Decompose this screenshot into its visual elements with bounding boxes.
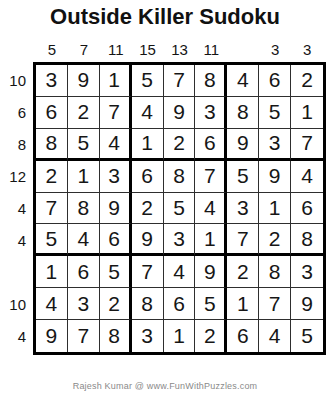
left-clue-row-4: 12 bbox=[3, 161, 33, 193]
sudoku-cell-r2c5: 9 bbox=[164, 97, 196, 129]
sudoku-cell-r8c6: 5 bbox=[195, 288, 227, 320]
left-clue-row-8: 10 bbox=[3, 288, 33, 320]
top-clue-col-3: 11 bbox=[100, 41, 132, 62]
sudoku-cell-r9c5: 1 bbox=[164, 320, 196, 352]
sudoku-cell-r5c3: 9 bbox=[100, 193, 132, 225]
sudoku-cell-r6c6: 1 bbox=[195, 224, 227, 256]
sudoku-cell-r6c1: 5 bbox=[36, 224, 68, 256]
sudoku-cell-r2c6: 3 bbox=[195, 97, 227, 129]
sudoku-cell-r3c6: 6 bbox=[195, 129, 227, 161]
sudoku-cell-r8c8: 7 bbox=[259, 288, 291, 320]
sudoku-cell-r7c5: 4 bbox=[164, 256, 196, 288]
sudoku-cell-r4c9: 4 bbox=[291, 161, 323, 193]
sudoku-cell-r9c1: 9 bbox=[36, 320, 68, 352]
attribution: Rajesh Kumar @ www.FunWithPuzzles.com bbox=[0, 381, 330, 391]
sudoku-cell-r7c9: 3 bbox=[291, 256, 323, 288]
puzzle-title: Outside Killer Sudoku bbox=[0, 4, 330, 30]
sudoku-cell-r6c3: 6 bbox=[100, 224, 132, 256]
sudoku-cell-r1c5: 7 bbox=[164, 65, 196, 97]
sudoku-cell-r4c3: 3 bbox=[100, 161, 132, 193]
sudoku-cell-r2c4: 4 bbox=[132, 97, 164, 129]
sudoku-cell-r6c4: 9 bbox=[132, 224, 164, 256]
sudoku-cell-r3c9: 7 bbox=[291, 129, 323, 161]
sudoku-cell-r2c8: 5 bbox=[259, 97, 291, 129]
sudoku-cell-r5c8: 1 bbox=[259, 193, 291, 225]
sudoku-cell-r8c2: 3 bbox=[68, 288, 100, 320]
left-clue-row-9: 4 bbox=[3, 320, 33, 352]
sudoku-cell-r7c3: 5 bbox=[100, 256, 132, 288]
sudoku-cell-r6c2: 4 bbox=[68, 224, 100, 256]
sudoku-cell-r3c5: 2 bbox=[164, 129, 196, 161]
sudoku-cell-r1c2: 9 bbox=[68, 65, 100, 97]
sudoku-cell-r5c5: 5 bbox=[164, 193, 196, 225]
top-clue-col-2: 7 bbox=[68, 41, 100, 62]
left-clue-row-2: 6 bbox=[3, 97, 33, 129]
sudoku-cell-r2c9: 1 bbox=[291, 97, 323, 129]
left-clue-row-1: 10 bbox=[3, 65, 33, 97]
sudoku-cell-r9c2: 7 bbox=[68, 320, 100, 352]
sudoku-cell-r2c7: 8 bbox=[227, 97, 259, 129]
puzzle-layout: 571115131133 10681244104 391578462627493… bbox=[3, 34, 330, 355]
sudoku-cell-r8c1: 4 bbox=[36, 288, 68, 320]
sudoku-cell-r5c9: 6 bbox=[291, 193, 323, 225]
sudoku-cell-r8c5: 6 bbox=[164, 288, 196, 320]
sudoku-cell-r9c9: 5 bbox=[291, 320, 323, 352]
sudoku-cell-r7c6: 9 bbox=[195, 256, 227, 288]
sudoku-cell-r4c4: 6 bbox=[132, 161, 164, 193]
left-clues: 10681244104 bbox=[3, 62, 33, 355]
left-clue-row-5: 4 bbox=[3, 193, 33, 225]
sudoku-cell-r1c7: 4 bbox=[227, 65, 259, 97]
top-clue-col-8: 3 bbox=[259, 41, 291, 62]
sudoku-cell-r8c9: 9 bbox=[291, 288, 323, 320]
sudoku-cell-r6c8: 2 bbox=[259, 224, 291, 256]
top-clue-col-6: 11 bbox=[195, 41, 227, 62]
sudoku-cell-r4c6: 7 bbox=[195, 161, 227, 193]
sudoku-cell-r5c2: 8 bbox=[68, 193, 100, 225]
sudoku-cell-r4c2: 1 bbox=[68, 161, 100, 193]
sudoku-cell-r7c7: 2 bbox=[227, 256, 259, 288]
sudoku-cell-r9c8: 4 bbox=[259, 320, 291, 352]
corner-spacer bbox=[3, 34, 33, 62]
sudoku-cell-r1c3: 1 bbox=[100, 65, 132, 97]
sudoku-cell-r1c9: 2 bbox=[291, 65, 323, 97]
sudoku-cell-r7c8: 8 bbox=[259, 256, 291, 288]
sudoku-cell-r6c7: 7 bbox=[227, 224, 259, 256]
sudoku-cell-r5c4: 2 bbox=[132, 193, 164, 225]
sudoku-cell-r9c6: 2 bbox=[195, 320, 227, 352]
sudoku-cell-r5c6: 4 bbox=[195, 193, 227, 225]
sudoku-cell-r6c9: 8 bbox=[291, 224, 323, 256]
sudoku-cell-r3c1: 8 bbox=[36, 129, 68, 161]
left-clue-row-6: 4 bbox=[3, 224, 33, 256]
sudoku-cell-r8c3: 2 bbox=[100, 288, 132, 320]
sudoku-cell-r1c6: 8 bbox=[195, 65, 227, 97]
sudoku-cell-r1c4: 5 bbox=[132, 65, 164, 97]
sudoku-cell-r4c8: 9 bbox=[259, 161, 291, 193]
top-clue-col-9: 3 bbox=[291, 41, 323, 62]
sudoku-cell-r2c1: 6 bbox=[36, 97, 68, 129]
sudoku-cell-r1c8: 6 bbox=[259, 65, 291, 97]
top-clue-col-1: 5 bbox=[36, 41, 68, 62]
sudoku-cell-r4c5: 8 bbox=[164, 161, 196, 193]
sudoku-cell-r4c7: 5 bbox=[227, 161, 259, 193]
sudoku-cell-r8c4: 8 bbox=[132, 288, 164, 320]
sudoku-cell-r7c1: 1 bbox=[36, 256, 68, 288]
sudoku-cell-r3c4: 1 bbox=[132, 129, 164, 161]
sudoku-cell-r9c4: 3 bbox=[132, 320, 164, 352]
sudoku-cell-r2c2: 2 bbox=[68, 97, 100, 129]
sudoku-cell-r5c7: 3 bbox=[227, 193, 259, 225]
sudoku-cell-r2c3: 7 bbox=[100, 97, 132, 129]
top-clue-col-4: 15 bbox=[132, 41, 164, 62]
sudoku-cell-r3c2: 5 bbox=[68, 129, 100, 161]
sudoku-cell-r3c3: 4 bbox=[100, 129, 132, 161]
sudoku-board: 3915784626274938518541269372136875947892… bbox=[33, 62, 326, 355]
sudoku-cell-r4c1: 2 bbox=[36, 161, 68, 193]
sudoku-cell-r6c5: 3 bbox=[164, 224, 196, 256]
sudoku-cell-r7c4: 7 bbox=[132, 256, 164, 288]
left-clue-row-7 bbox=[3, 256, 33, 288]
sudoku-cell-r9c7: 6 bbox=[227, 320, 259, 352]
sudoku-cell-r3c7: 9 bbox=[227, 129, 259, 161]
sudoku-cell-r1c1: 3 bbox=[36, 65, 68, 97]
top-clue-col-5: 13 bbox=[164, 41, 196, 62]
sudoku-cell-r3c8: 3 bbox=[259, 129, 291, 161]
sudoku-cell-r7c2: 6 bbox=[68, 256, 100, 288]
sudoku-cell-r9c3: 8 bbox=[100, 320, 132, 352]
sudoku-cell-r5c1: 7 bbox=[36, 193, 68, 225]
left-clue-row-3: 8 bbox=[3, 129, 33, 161]
top-clues: 571115131133 bbox=[33, 34, 326, 62]
sudoku-cell-r8c7: 1 bbox=[227, 288, 259, 320]
